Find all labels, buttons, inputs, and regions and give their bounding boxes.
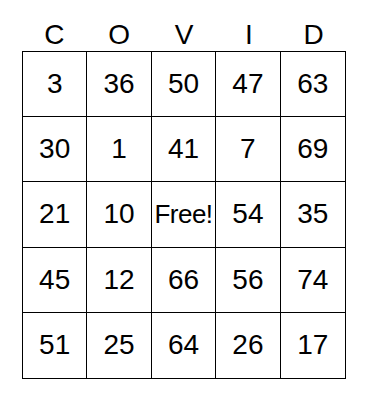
cell-r1c4[interactable]: 47 bbox=[216, 52, 280, 117]
bingo-grid: 3 36 50 47 63 30 1 41 7 69 21 10 Free! 5… bbox=[22, 51, 346, 379]
cell-r2c4[interactable]: 7 bbox=[216, 117, 280, 182]
column-letter-d: D bbox=[303, 21, 323, 49]
cell-r2c5[interactable]: 69 bbox=[281, 117, 345, 182]
cell-r4c2[interactable]: 12 bbox=[87, 248, 151, 313]
cell-r4c4[interactable]: 56 bbox=[216, 248, 280, 313]
cell-r3c4[interactable]: 54 bbox=[216, 182, 280, 247]
cell-r2c2[interactable]: 1 bbox=[87, 117, 151, 182]
cell-r5c3[interactable]: 64 bbox=[152, 313, 216, 378]
cell-r5c5[interactable]: 17 bbox=[281, 313, 345, 378]
cell-r5c1[interactable]: 51 bbox=[23, 313, 87, 378]
cell-r4c5[interactable]: 74 bbox=[281, 248, 345, 313]
cell-r5c4[interactable]: 26 bbox=[216, 313, 280, 378]
column-letter-o: O bbox=[108, 21, 130, 49]
cell-r4c1[interactable]: 45 bbox=[23, 248, 87, 313]
cell-r4c3[interactable]: 66 bbox=[152, 248, 216, 313]
column-letter-i: I bbox=[245, 21, 253, 49]
cell-r3c3-free[interactable]: Free! bbox=[152, 182, 216, 247]
cell-r3c5[interactable]: 35 bbox=[281, 182, 345, 247]
cell-r3c1[interactable]: 21 bbox=[23, 182, 87, 247]
cell-r1c2[interactable]: 36 bbox=[87, 52, 151, 117]
cell-r2c3[interactable]: 41 bbox=[152, 117, 216, 182]
cell-r1c1[interactable]: 3 bbox=[23, 52, 87, 117]
cell-r1c3[interactable]: 50 bbox=[152, 52, 216, 117]
cell-r1c5[interactable]: 63 bbox=[281, 52, 345, 117]
column-letter-c: C bbox=[44, 21, 64, 49]
bingo-card: C O V I D 3 36 50 47 63 30 1 41 7 69 21 … bbox=[0, 0, 368, 400]
cell-r5c2[interactable]: 25 bbox=[87, 313, 151, 378]
column-letters: C O V I D bbox=[22, 19, 346, 51]
cell-r3c2[interactable]: 10 bbox=[87, 182, 151, 247]
column-letter-v: V bbox=[175, 21, 194, 49]
cell-r2c1[interactable]: 30 bbox=[23, 117, 87, 182]
